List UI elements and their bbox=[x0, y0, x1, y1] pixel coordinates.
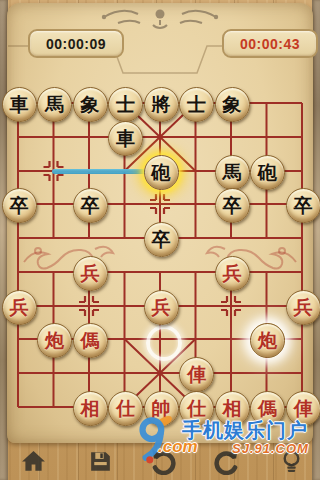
black-horse-piece[interactable]: 馬 bbox=[37, 87, 72, 122]
timer-black: 00:00:09 bbox=[28, 29, 124, 58]
red-soldier-piece[interactable]: 兵 bbox=[2, 290, 37, 325]
undo-button[interactable] bbox=[143, 441, 183, 480]
red-soldier-piece[interactable]: 兵 bbox=[286, 290, 320, 325]
black-soldier-piece[interactable]: 卒 bbox=[144, 222, 179, 257]
red-general-piece[interactable]: 帥 bbox=[144, 391, 179, 426]
red-soldier-piece[interactable]: 兵 bbox=[73, 256, 108, 291]
red-soldier-piece[interactable]: 兵 bbox=[215, 256, 250, 291]
black-chariot-piece[interactable]: 車 bbox=[108, 121, 143, 156]
hint-button[interactable] bbox=[271, 441, 311, 480]
black-soldier-piece[interactable]: 卒 bbox=[286, 188, 320, 223]
black-soldier-piece[interactable]: 卒 bbox=[73, 188, 108, 223]
black-general-piece[interactable]: 將 bbox=[144, 87, 179, 122]
hint-destination-ring bbox=[146, 325, 182, 361]
red-advisor-piece[interactable]: 仕 bbox=[179, 391, 214, 426]
black-advisor-piece[interactable]: 士 bbox=[179, 87, 214, 122]
black-soldier-piece[interactable]: 卒 bbox=[2, 188, 37, 223]
redo-icon bbox=[213, 447, 241, 475]
red-soldier-piece[interactable]: 兵 bbox=[144, 290, 179, 325]
save-button[interactable] bbox=[80, 441, 120, 480]
red-elephant-piece[interactable]: 相 bbox=[73, 391, 108, 426]
timer-red: 00:00:43 bbox=[222, 29, 318, 58]
game-screen: 00:00:09 00:00:43 車馬象士將士象車砲馬砲卒卒卒卒卒兵兵兵兵兵炮… bbox=[0, 0, 320, 480]
top-ornament-icon bbox=[102, 10, 218, 29]
home-icon bbox=[20, 448, 47, 475]
home-button[interactable] bbox=[13, 441, 53, 480]
save-icon bbox=[87, 448, 114, 475]
red-chariot-piece[interactable]: 俥 bbox=[179, 357, 214, 392]
red-chariot-piece[interactable]: 俥 bbox=[286, 391, 320, 426]
red-advisor-piece[interactable]: 仕 bbox=[108, 391, 143, 426]
undo-icon bbox=[149, 447, 177, 475]
black-cannon-piece[interactable]: 砲 bbox=[250, 155, 285, 190]
last-move-trail bbox=[52, 169, 147, 174]
toolbar bbox=[0, 438, 320, 480]
red-elephant-piece[interactable]: 相 bbox=[215, 391, 250, 426]
redo-button[interactable] bbox=[207, 441, 247, 480]
black-advisor-piece[interactable]: 士 bbox=[108, 87, 143, 122]
black-elephant-piece[interactable]: 象 bbox=[215, 87, 250, 122]
red-cannon-piece[interactable]: 炮 bbox=[37, 323, 72, 358]
timer-red-value: 00:00:43 bbox=[240, 36, 300, 52]
red-cannon-piece[interactable]: 炮 bbox=[250, 323, 285, 358]
black-elephant-piece[interactable]: 象 bbox=[73, 87, 108, 122]
black-chariot-piece[interactable]: 車 bbox=[2, 87, 37, 122]
lightbulb-icon bbox=[278, 448, 305, 475]
red-horse-piece[interactable]: 傌 bbox=[73, 323, 108, 358]
black-cannon-piece[interactable]: 砲 bbox=[144, 155, 179, 190]
black-soldier-piece[interactable]: 卒 bbox=[215, 188, 250, 223]
red-horse-piece[interactable]: 傌 bbox=[250, 391, 285, 426]
timer-black-value: 00:00:09 bbox=[46, 36, 106, 52]
black-horse-piece[interactable]: 馬 bbox=[215, 155, 250, 190]
